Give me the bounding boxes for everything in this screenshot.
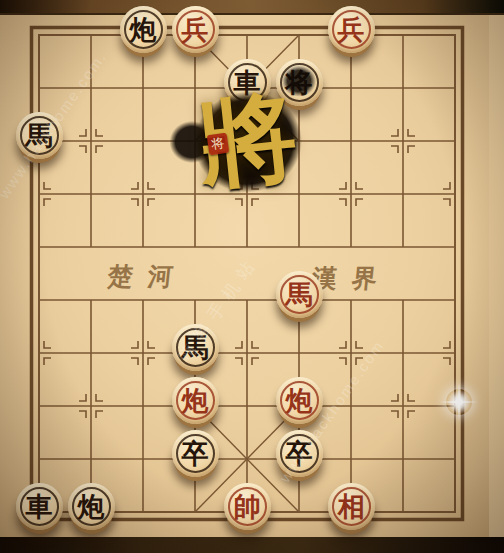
- piece-black-horse[interactable]: 馬: [16, 112, 63, 159]
- piece-glyph: 相: [338, 493, 365, 520]
- piece-black-chariot[interactable]: 車: [16, 483, 63, 530]
- piece-glyph: 兵: [182, 16, 209, 43]
- piece-red-horse[interactable]: 馬: [276, 271, 323, 318]
- piece-red-cannon[interactable]: 炮: [276, 377, 323, 424]
- piece-black-cannon[interactable]: 炮: [68, 483, 115, 530]
- check-character: 將: [186, 78, 310, 205]
- piece-black-soldier[interactable]: 卒: [276, 430, 323, 477]
- piece-glyph: 車: [26, 493, 53, 520]
- piece-glyph: 卒: [286, 440, 313, 467]
- piece-black-soldier[interactable]: 卒: [172, 430, 219, 477]
- piece-glyph: 帥: [234, 493, 261, 520]
- piece-red-soldier[interactable]: 兵: [328, 6, 375, 53]
- piece-red-general[interactable]: 帥: [224, 483, 271, 530]
- xiangqi-screenshot: 楚河 漢界 炮兵兵車将馬馬馬炮炮卒卒車炮帥相 將 将 www.hackhome.…: [0, 0, 504, 553]
- piece-glyph: 炮: [78, 493, 105, 520]
- piece-black-horse[interactable]: 馬: [172, 324, 219, 371]
- piece-red-elephant[interactable]: 相: [328, 483, 375, 530]
- piece-black-cannon[interactable]: 炮: [120, 6, 167, 53]
- piece-red-cannon[interactable]: 炮: [172, 377, 219, 424]
- sparkle-effect: [446, 389, 472, 415]
- seal-stamp: 将: [207, 133, 230, 156]
- piece-glyph: 馬: [26, 122, 53, 149]
- piece-glyph: 炮: [182, 387, 209, 414]
- river-label-chu-he: 楚河: [106, 260, 189, 293]
- piece-glyph: 兵: [338, 16, 365, 43]
- piece-red-soldier[interactable]: 兵: [172, 6, 219, 53]
- river-label-han-jie: 漢界: [310, 262, 393, 295]
- piece-glyph: 卒: [182, 440, 209, 467]
- piece-glyph: 馬: [286, 281, 313, 308]
- piece-glyph: 炮: [286, 387, 313, 414]
- piece-glyph: 炮: [130, 16, 157, 43]
- piece-glyph: 馬: [182, 334, 209, 361]
